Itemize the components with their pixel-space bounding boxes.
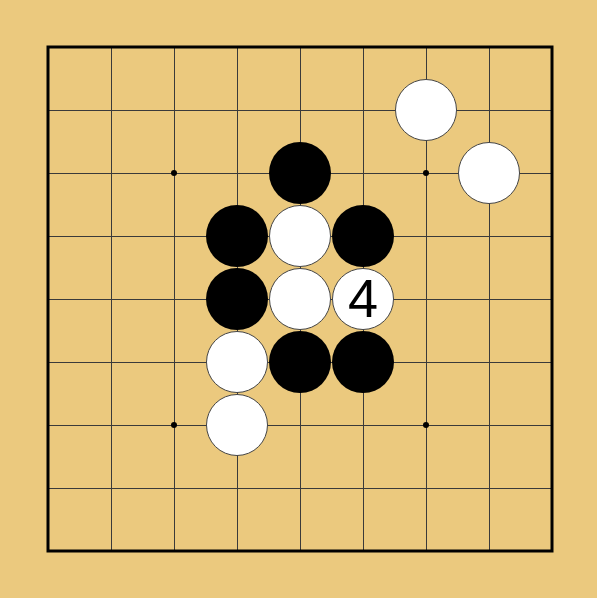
stone-black	[332, 205, 394, 267]
intersection-F6	[332, 205, 395, 268]
intersection-E7	[269, 142, 332, 205]
intersection-F4	[332, 331, 395, 394]
stone-white: 4	[332, 268, 394, 330]
stone-white	[206, 394, 268, 456]
stone-white	[458, 142, 520, 204]
stone-white	[269, 205, 331, 267]
stones-layer: 4	[17, 16, 584, 583]
stone-black	[206, 205, 268, 267]
intersection-D5	[206, 268, 269, 331]
intersection-E5	[269, 268, 332, 331]
intersection-G8	[395, 79, 458, 142]
intersection-D6	[206, 205, 269, 268]
intersection-D4	[206, 331, 269, 394]
move-number-label: 4	[348, 271, 378, 325]
stone-white	[269, 268, 331, 330]
intersection-E6	[269, 205, 332, 268]
intersection-E4	[269, 331, 332, 394]
stone-black	[332, 331, 394, 393]
intersection-F5: 4	[332, 268, 395, 331]
stone-black	[269, 142, 331, 204]
intersection-D3	[206, 394, 269, 457]
stone-black	[269, 331, 331, 393]
stone-black	[206, 268, 268, 330]
stone-white	[395, 79, 457, 141]
stone-white	[206, 331, 268, 393]
intersection-H7	[458, 142, 521, 205]
go-board-diagram: 4	[0, 0, 597, 598]
